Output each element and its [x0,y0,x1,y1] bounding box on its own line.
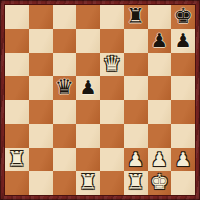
square-a7[interactable] [5,29,29,53]
square-c3[interactable] [53,124,77,148]
square-a2[interactable]: ♜ [5,148,29,172]
square-d3[interactable] [76,124,100,148]
square-g3[interactable] [148,124,172,148]
square-a6[interactable] [5,53,29,77]
piece-black-king[interactable]: ♚ [174,5,193,29]
square-f6[interactable] [124,53,148,77]
piece-white-queen[interactable]: ♛ [102,52,121,76]
piece-black-pawn[interactable]: ♟ [151,28,168,52]
square-e6[interactable]: ♛ [100,53,124,77]
square-c1[interactable] [53,171,77,195]
square-h5[interactable] [171,76,195,100]
piece-white-rook[interactable]: ♜ [79,171,98,195]
square-f4[interactable] [124,100,148,124]
square-a4[interactable] [5,100,29,124]
square-c5[interactable]: ♛ [53,76,77,100]
square-g7[interactable]: ♟ [148,29,172,53]
square-h6[interactable] [171,53,195,77]
piece-white-pawn[interactable]: ♟ [175,147,192,171]
square-d8[interactable] [76,5,100,29]
square-e8[interactable] [100,5,124,29]
piece-white-rook[interactable]: ♜ [126,171,145,195]
square-c8[interactable] [53,5,77,29]
square-h4[interactable] [171,100,195,124]
square-f7[interactable] [124,29,148,53]
square-d1[interactable]: ♜ [76,171,100,195]
square-g2[interactable]: ♟ [148,148,172,172]
square-h8[interactable]: ♚ [171,5,195,29]
square-d4[interactable] [76,100,100,124]
square-d7[interactable] [76,29,100,53]
square-b1[interactable] [29,171,53,195]
square-g4[interactable] [148,100,172,124]
square-b4[interactable] [29,100,53,124]
square-a3[interactable] [5,124,29,148]
piece-white-pawn[interactable]: ♟ [127,147,144,171]
square-c7[interactable] [53,29,77,53]
square-b5[interactable] [29,76,53,100]
square-h2[interactable]: ♟ [171,148,195,172]
square-e5[interactable] [100,76,124,100]
square-f5[interactable] [124,76,148,100]
square-g8[interactable] [148,5,172,29]
piece-white-pawn[interactable]: ♟ [151,147,168,171]
square-h3[interactable] [171,124,195,148]
square-h7[interactable]: ♟ [171,29,195,53]
square-e1[interactable] [100,171,124,195]
square-f3[interactable] [124,124,148,148]
square-d2[interactable] [76,148,100,172]
square-g5[interactable] [148,76,172,100]
square-d5[interactable]: ♟ [76,76,100,100]
square-c4[interactable] [53,100,77,124]
chess-board: ♜♚♟♟♛♛♟♜♟♟♟♜♜♚ [5,5,195,195]
square-b6[interactable] [29,53,53,77]
square-e7[interactable] [100,29,124,53]
piece-black-rook[interactable]: ♜ [126,5,145,29]
square-a5[interactable] [5,76,29,100]
square-c2[interactable] [53,148,77,172]
square-d6[interactable] [76,53,100,77]
square-b2[interactable] [29,148,53,172]
square-c6[interactable] [53,53,77,77]
square-a1[interactable] [5,171,29,195]
square-a8[interactable] [5,5,29,29]
piece-black-queen[interactable]: ♛ [55,76,74,100]
square-e2[interactable] [100,148,124,172]
piece-black-pawn[interactable]: ♟ [80,76,97,100]
square-f8[interactable]: ♜ [124,5,148,29]
square-g1[interactable]: ♚ [148,171,172,195]
square-f2[interactable]: ♟ [124,148,148,172]
square-b8[interactable] [29,5,53,29]
chess-board-screenshot: ♜♚♟♟♛♛♟♜♟♟♟♜♜♚ [0,0,200,200]
square-e3[interactable] [100,124,124,148]
square-h1[interactable] [171,171,195,195]
piece-white-rook[interactable]: ♜ [7,147,26,171]
piece-black-pawn[interactable]: ♟ [175,28,192,52]
square-f1[interactable]: ♜ [124,171,148,195]
square-b7[interactable] [29,29,53,53]
square-g6[interactable] [148,53,172,77]
square-e4[interactable] [100,100,124,124]
square-b3[interactable] [29,124,53,148]
piece-white-king[interactable]: ♚ [150,171,169,195]
